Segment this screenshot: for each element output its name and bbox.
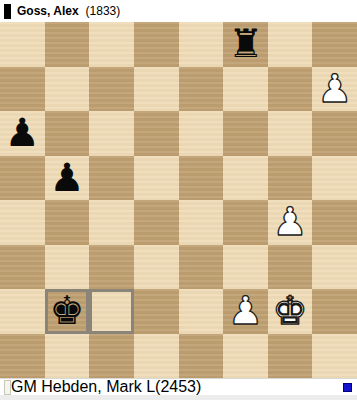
square-e2[interactable] bbox=[179, 289, 224, 334]
square-g7[interactable] bbox=[268, 67, 313, 112]
white-player-bar: GM Hebden, Mark L (2453) bbox=[0, 378, 357, 400]
white-player-rating: (2453) bbox=[155, 378, 201, 396]
square-h6[interactable] bbox=[312, 111, 357, 156]
square-c2[interactable] bbox=[89, 289, 134, 334]
black-player-name: Goss, Alex bbox=[17, 4, 79, 18]
square-f6[interactable] bbox=[223, 111, 268, 156]
black-pawn-piece[interactable]: ♟ bbox=[49, 156, 84, 200]
square-d1[interactable] bbox=[134, 334, 179, 379]
square-a7[interactable] bbox=[0, 67, 45, 112]
square-c4[interactable] bbox=[89, 200, 134, 245]
square-f7[interactable] bbox=[223, 67, 268, 112]
square-c6[interactable] bbox=[89, 111, 134, 156]
square-b2[interactable]: ♚ bbox=[45, 289, 90, 334]
square-a2[interactable] bbox=[0, 289, 45, 334]
square-g8[interactable] bbox=[268, 22, 313, 67]
square-h3[interactable] bbox=[312, 245, 357, 290]
square-g4[interactable]: ♟ bbox=[268, 200, 313, 245]
black-player-indicator-icon bbox=[4, 4, 11, 19]
black-pawn-piece[interactable]: ♟ bbox=[5, 111, 40, 155]
square-e1[interactable] bbox=[179, 334, 224, 379]
square-e3[interactable] bbox=[179, 245, 224, 290]
square-d7[interactable] bbox=[134, 67, 179, 112]
square-h8[interactable] bbox=[312, 22, 357, 67]
square-b1[interactable] bbox=[45, 334, 90, 379]
footer-strip bbox=[0, 395, 357, 400]
square-e4[interactable] bbox=[179, 200, 224, 245]
square-c1[interactable] bbox=[89, 334, 134, 379]
square-c5[interactable] bbox=[89, 156, 134, 201]
square-e8[interactable] bbox=[179, 22, 224, 67]
square-d8[interactable] bbox=[134, 22, 179, 67]
square-e5[interactable] bbox=[179, 156, 224, 201]
square-c8[interactable] bbox=[89, 22, 134, 67]
square-a6[interactable]: ♟ bbox=[0, 111, 45, 156]
black-player-rating: (1833) bbox=[86, 4, 121, 18]
square-a5[interactable] bbox=[0, 156, 45, 201]
square-b5[interactable]: ♟ bbox=[45, 156, 90, 201]
square-g1[interactable] bbox=[268, 334, 313, 379]
black-rook-piece[interactable]: ♜ bbox=[228, 22, 263, 66]
square-a4[interactable] bbox=[0, 200, 45, 245]
square-b8[interactable] bbox=[45, 22, 90, 67]
square-g2[interactable]: ♚ bbox=[268, 289, 313, 334]
square-d3[interactable] bbox=[134, 245, 179, 290]
square-f8[interactable]: ♜ bbox=[223, 22, 268, 67]
square-c7[interactable] bbox=[89, 67, 134, 112]
square-e6[interactable] bbox=[179, 111, 224, 156]
square-h1[interactable] bbox=[312, 334, 357, 379]
square-d2[interactable] bbox=[134, 289, 179, 334]
chess-board[interactable]: ♜♟♟♟♟♚♟♚ bbox=[0, 22, 357, 378]
white-player-indicator-icon bbox=[4, 380, 11, 395]
black-player-bar: Goss, Alex (1833) bbox=[0, 0, 357, 22]
square-f3[interactable] bbox=[223, 245, 268, 290]
square-b7[interactable] bbox=[45, 67, 90, 112]
square-a3[interactable] bbox=[0, 245, 45, 290]
square-h2[interactable] bbox=[312, 289, 357, 334]
square-c3[interactable] bbox=[89, 245, 134, 290]
square-e7[interactable] bbox=[179, 67, 224, 112]
square-f5[interactable] bbox=[223, 156, 268, 201]
square-f2[interactable]: ♟ bbox=[223, 289, 268, 334]
black-king-piece[interactable]: ♚ bbox=[49, 289, 84, 333]
white-pawn-piece[interactable]: ♟ bbox=[317, 67, 352, 111]
square-a8[interactable] bbox=[0, 22, 45, 67]
square-h4[interactable] bbox=[312, 200, 357, 245]
square-d5[interactable] bbox=[134, 156, 179, 201]
square-g5[interactable] bbox=[268, 156, 313, 201]
white-player-name: GM Hebden, Mark L bbox=[11, 378, 155, 396]
square-h5[interactable] bbox=[312, 156, 357, 201]
square-f1[interactable] bbox=[223, 334, 268, 379]
square-g3[interactable] bbox=[268, 245, 313, 290]
square-b4[interactable] bbox=[45, 200, 90, 245]
square-b3[interactable] bbox=[45, 245, 90, 290]
square-f4[interactable] bbox=[223, 200, 268, 245]
chess-game-window: Goss, Alex (1833) ♜♟♟♟♟♚♟♚ GM Hebden, Ma… bbox=[0, 0, 357, 400]
white-pawn-piece[interactable]: ♟ bbox=[273, 200, 308, 244]
turn-indicator-icon bbox=[343, 383, 352, 392]
square-d6[interactable] bbox=[134, 111, 179, 156]
square-b6[interactable] bbox=[45, 111, 90, 156]
square-h7[interactable]: ♟ bbox=[312, 67, 357, 112]
square-g6[interactable] bbox=[268, 111, 313, 156]
square-d4[interactable] bbox=[134, 200, 179, 245]
white-king-piece[interactable]: ♚ bbox=[273, 289, 308, 333]
square-a1[interactable] bbox=[0, 334, 45, 379]
white-pawn-piece[interactable]: ♟ bbox=[228, 289, 263, 333]
